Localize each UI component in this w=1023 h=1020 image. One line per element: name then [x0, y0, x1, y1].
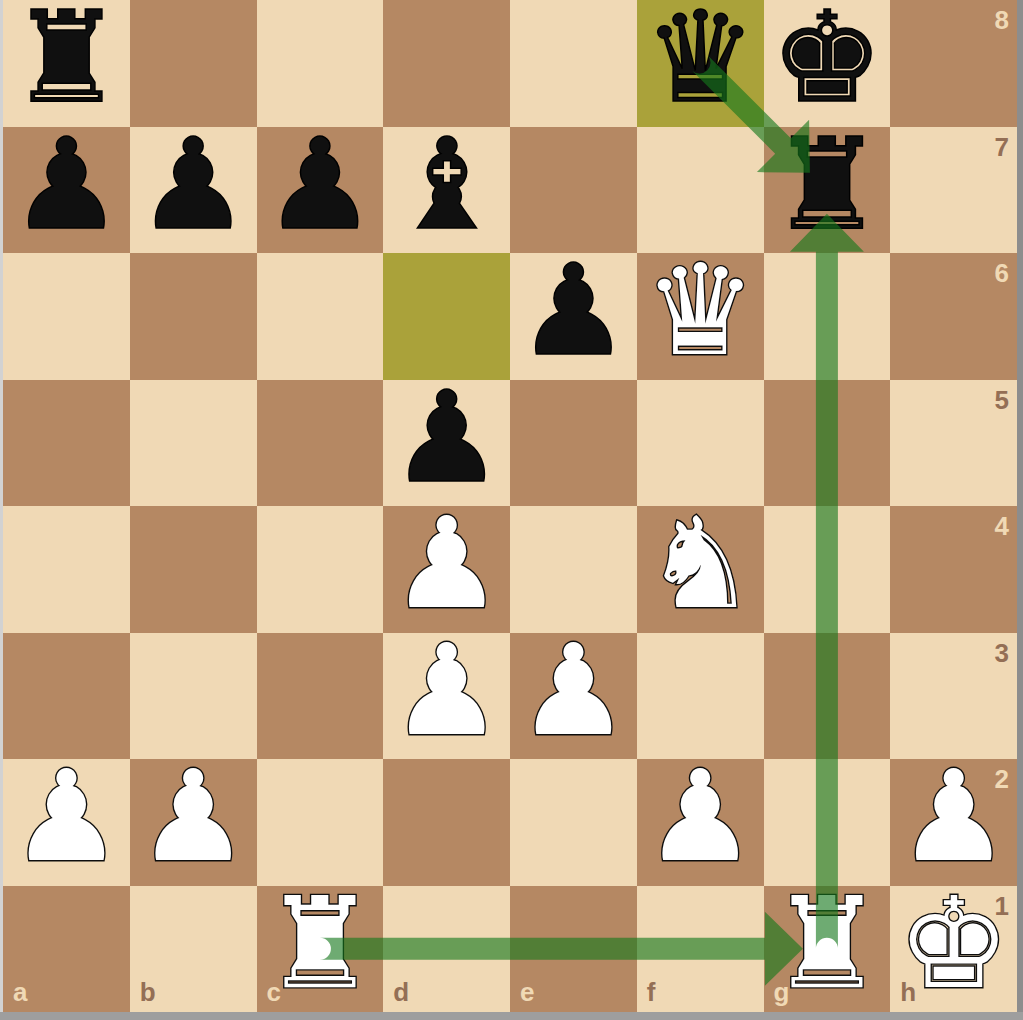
square-e5[interactable] [510, 380, 637, 507]
white-pawn-f2[interactable]: ♟ [644, 754, 757, 880]
square-h8[interactable] [890, 0, 1017, 127]
square-c3[interactable] [257, 633, 384, 760]
square-c4[interactable] [257, 506, 384, 633]
black-pawn-d5[interactable]: ♟ [390, 375, 503, 501]
square-b5[interactable] [130, 380, 257, 507]
square-f1[interactable] [637, 886, 764, 1013]
square-b2[interactable]: ♟ [130, 759, 257, 886]
black-rook-g7[interactable]: ♜ [770, 122, 883, 248]
square-c2[interactable] [257, 759, 384, 886]
chess-board[interactable]: ♜♛♚♟♟♟♝♜♟♛♟♟♞♟♟♟♟♟♟♜♜♚ [3, 0, 1017, 1012]
black-bishop-d7[interactable]: ♝ [390, 122, 503, 248]
square-e8[interactable] [510, 0, 637, 127]
page-edge-left [0, 0, 3, 1012]
square-g3[interactable] [764, 633, 891, 760]
square-h2[interactable]: ♟ [890, 759, 1017, 886]
white-pawn-e3[interactable]: ♟ [517, 628, 630, 754]
square-c1[interactable]: ♜ [257, 886, 384, 1013]
square-c8[interactable] [257, 0, 384, 127]
square-d6[interactable] [383, 253, 510, 380]
chess-board-stage: ♜♛♚♟♟♟♝♜♟♛♟♟♞♟♟♟♟♟♟♜♜♚ abcdefgh87654321 [0, 0, 1023, 1020]
square-d7[interactable]: ♝ [383, 127, 510, 254]
square-g2[interactable] [764, 759, 891, 886]
square-a5[interactable] [3, 380, 130, 507]
lastmove-highlight-d6 [383, 253, 510, 380]
white-rook-c1[interactable]: ♜ [263, 881, 376, 1007]
square-a6[interactable] [3, 253, 130, 380]
square-g5[interactable] [764, 380, 891, 507]
square-d2[interactable] [383, 759, 510, 886]
square-e3[interactable]: ♟ [510, 633, 637, 760]
square-c7[interactable]: ♟ [257, 127, 384, 254]
square-d4[interactable]: ♟ [383, 506, 510, 633]
square-b7[interactable]: ♟ [130, 127, 257, 254]
white-pawn-a2[interactable]: ♟ [10, 754, 123, 880]
square-h4[interactable] [890, 506, 1017, 633]
square-f4[interactable]: ♞ [637, 506, 764, 633]
black-pawn-a7[interactable]: ♟ [10, 122, 123, 248]
square-f7[interactable] [637, 127, 764, 254]
black-king-g8[interactable]: ♚ [770, 0, 883, 121]
square-d8[interactable] [383, 0, 510, 127]
square-e7[interactable] [510, 127, 637, 254]
square-e4[interactable] [510, 506, 637, 633]
black-queen-f8[interactable]: ♛ [644, 0, 757, 121]
square-f2[interactable]: ♟ [637, 759, 764, 886]
square-f6[interactable]: ♛ [637, 253, 764, 380]
square-a8[interactable]: ♜ [3, 0, 130, 127]
square-e6[interactable]: ♟ [510, 253, 637, 380]
square-b6[interactable] [130, 253, 257, 380]
square-h6[interactable] [890, 253, 1017, 380]
square-g7[interactable]: ♜ [764, 127, 891, 254]
black-rook-a8[interactable]: ♜ [10, 0, 123, 121]
square-a1[interactable] [3, 886, 130, 1013]
square-a7[interactable]: ♟ [3, 127, 130, 254]
square-e2[interactable] [510, 759, 637, 886]
page-edge-right [1017, 0, 1023, 1012]
square-g8[interactable]: ♚ [764, 0, 891, 127]
white-pawn-d4[interactable]: ♟ [390, 501, 503, 627]
square-a4[interactable] [3, 506, 130, 633]
square-g4[interactable] [764, 506, 891, 633]
square-g1[interactable]: ♜ [764, 886, 891, 1013]
white-rook-g1[interactable]: ♜ [770, 881, 883, 1007]
square-c6[interactable] [257, 253, 384, 380]
square-h3[interactable] [890, 633, 1017, 760]
square-d1[interactable] [383, 886, 510, 1013]
square-h7[interactable] [890, 127, 1017, 254]
square-c5[interactable] [257, 380, 384, 507]
black-pawn-c7[interactable]: ♟ [263, 122, 376, 248]
black-pawn-b7[interactable]: ♟ [137, 122, 250, 248]
square-h5[interactable] [890, 380, 1017, 507]
white-pawn-d3[interactable]: ♟ [390, 628, 503, 754]
white-knight-f4[interactable]: ♞ [644, 501, 757, 627]
square-e1[interactable] [510, 886, 637, 1013]
square-a2[interactable]: ♟ [3, 759, 130, 886]
square-d5[interactable]: ♟ [383, 380, 510, 507]
square-h1[interactable]: ♚ [890, 886, 1017, 1013]
square-b3[interactable] [130, 633, 257, 760]
square-g6[interactable] [764, 253, 891, 380]
black-pawn-e6[interactable]: ♟ [517, 248, 630, 374]
square-f3[interactable] [637, 633, 764, 760]
square-b4[interactable] [130, 506, 257, 633]
white-pawn-h2[interactable]: ♟ [897, 754, 1010, 880]
square-a3[interactable] [3, 633, 130, 760]
white-queen-f6[interactable]: ♛ [644, 248, 757, 374]
white-king-h1[interactable]: ♚ [897, 881, 1010, 1007]
square-f5[interactable] [637, 380, 764, 507]
square-f8[interactable]: ♛ [637, 0, 764, 127]
square-b8[interactable] [130, 0, 257, 127]
white-pawn-b2[interactable]: ♟ [137, 754, 250, 880]
square-b1[interactable] [130, 886, 257, 1013]
square-d3[interactable]: ♟ [383, 633, 510, 760]
